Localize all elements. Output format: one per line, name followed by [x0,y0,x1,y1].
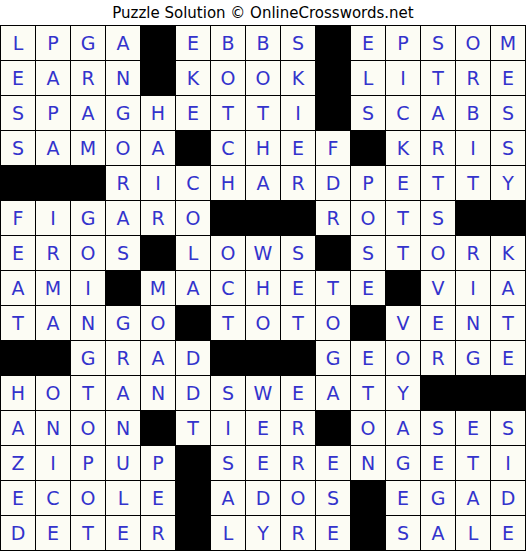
letter-cell-r6c11: O [351,201,385,235]
block-cell-r13c6 [176,446,210,480]
letter-cell-r13c12: G [386,446,420,480]
letter-cell-r3c5: H [141,96,175,130]
letter-cell-r12c7: I [211,411,245,445]
letter-cell-r9c3: N [71,306,105,340]
letter-cell-r14c10: S [316,481,350,515]
letter-cell-r1c8: B [246,26,280,60]
letter-cell-r14c15: D [491,481,525,515]
letter-cell-r8c14: I [456,271,490,305]
letter-cell-r3c1: S [1,96,35,130]
letter-cell-r15c13: A [421,516,455,550]
letter-cell-r12c1: A [1,411,35,445]
letter-cell-r1c15: M [491,26,525,60]
block-cell-r11c13 [421,376,455,410]
block-cell-r4c11 [351,131,385,165]
letter-cell-r6c5: R [141,201,175,235]
letter-cell-r2c12: I [386,61,420,95]
letter-cell-r8c10: T [316,271,350,305]
letter-cell-r9c5: O [141,306,175,340]
letter-cell-r7c3: O [71,236,105,270]
letter-cell-r14c5: E [141,481,175,515]
page-title: Puzzle Solution © OnlineCrosswords.net [0,0,526,25]
letter-cell-r4c13: R [421,131,455,165]
letter-cell-r12c3: O [71,411,105,445]
letter-cell-r14c8: D [246,481,280,515]
letter-cell-r7c2: R [36,236,70,270]
block-cell-r6c8 [246,201,280,235]
letter-cell-r12c2: N [36,411,70,445]
letter-cell-r3c13: A [421,96,455,130]
letter-cell-r1c1: L [1,26,35,60]
letter-cell-r12c15: S [491,411,525,445]
letter-cell-r9c4: G [106,306,140,340]
letter-cell-r6c12: T [386,201,420,235]
letter-cell-r9c10: O [316,306,350,340]
letter-cell-r14c9: O [281,481,315,515]
letter-cell-r13c1: Z [1,446,35,480]
letter-cell-r13c13: E [421,446,455,480]
letter-cell-r11c9: E [281,376,315,410]
letter-cell-r8c8: H [246,271,280,305]
letter-cell-r14c1: E [1,481,35,515]
letter-cell-r7c14: R [456,236,490,270]
letter-cell-r4c10: F [316,131,350,165]
letter-cell-r1c6: E [176,26,210,60]
letter-cell-r8c6: A [176,271,210,305]
letter-cell-r5c10: D [316,166,350,200]
letter-cell-r2c13: T [421,61,455,95]
letter-cell-r8c3: I [71,271,105,305]
letter-cell-r15c7: L [211,516,245,550]
letter-cell-r6c2: I [36,201,70,235]
letter-cell-r13c2: I [36,446,70,480]
letter-cell-r6c13: S [421,201,455,235]
letter-cell-r14c14: A [456,481,490,515]
letter-cell-r12c4: N [106,411,140,445]
block-cell-r3c10 [316,96,350,130]
letter-cell-r11c7: S [211,376,245,410]
letter-cell-r4c3: M [71,131,105,165]
letter-cell-r15c2: E [36,516,70,550]
letter-cell-r4c7: C [211,131,245,165]
block-cell-r7c10 [316,236,350,270]
letter-cell-r10c6: D [176,341,210,375]
letter-cell-r12c9: R [281,411,315,445]
letter-cell-r5c11: P [351,166,385,200]
letter-cell-r10c4: R [106,341,140,375]
block-cell-r8c12 [386,271,420,305]
letter-cell-r11c5: N [141,376,175,410]
letter-cell-r2c9: K [281,61,315,95]
letter-cell-r10c13: R [421,341,455,375]
letter-cell-r14c4: L [106,481,140,515]
letter-cell-r1c2: P [36,26,70,60]
letter-cell-r11c11: T [351,376,385,410]
block-cell-r12c10 [316,411,350,445]
letter-cell-r1c4: A [106,26,140,60]
letter-cell-r8c11: E [351,271,385,305]
letter-cell-r14c2: C [36,481,70,515]
letter-cell-r7c13: O [421,236,455,270]
letter-cell-r10c14: G [456,341,490,375]
letter-cell-r13c7: S [211,446,245,480]
letter-cell-r12c12: A [386,411,420,445]
letter-cell-r6c4: A [106,201,140,235]
block-cell-r5c3 [71,166,105,200]
letter-cell-r6c1: F [1,201,35,235]
letter-cell-r7c9: S [281,236,315,270]
letter-cell-r13c3: P [71,446,105,480]
block-cell-r14c6 [176,481,210,515]
letter-cell-r12c6: T [176,411,210,445]
letter-cell-r13c15: I [491,446,525,480]
letter-cell-r11c2: O [36,376,70,410]
letter-cell-r5c15: Y [491,166,525,200]
block-cell-r9c6 [176,306,210,340]
letter-cell-r10c12: O [386,341,420,375]
letter-cell-r4c9: E [281,131,315,165]
letter-cell-r13c4: U [106,446,140,480]
letter-cell-r9c9: T [281,306,315,340]
letter-cell-r8c15: A [491,271,525,305]
block-cell-r10c1 [1,341,35,375]
letter-cell-r11c1: H [1,376,35,410]
letter-cell-r2c11: L [351,61,385,95]
block-cell-r7c5 [141,236,175,270]
letter-cell-r1c14: O [456,26,490,60]
letter-cell-r5c7: H [211,166,245,200]
letter-cell-r9c14: N [456,306,490,340]
letter-cell-r3c9: I [281,96,315,130]
block-cell-r11c15 [491,376,525,410]
letter-cell-r10c15: E [491,341,525,375]
letter-cell-r14c13: G [421,481,455,515]
block-cell-r1c10 [316,26,350,60]
letter-cell-r2c3: R [71,61,105,95]
letter-cell-r1c3: G [71,26,105,60]
letter-cell-r3c4: G [106,96,140,130]
letter-cell-r2c7: O [211,61,245,95]
letter-cell-r4c4: O [106,131,140,165]
letter-cell-r8c5: M [141,271,175,305]
letter-cell-r13c9: R [281,446,315,480]
letter-cell-r12c8: E [246,411,280,445]
letter-cell-r3c3: A [71,96,105,130]
block-cell-r1c5 [141,26,175,60]
letter-cell-r5c13: T [421,166,455,200]
letter-cell-r15c14: L [456,516,490,550]
letter-cell-r11c8: W [246,376,280,410]
block-cell-r6c9 [281,201,315,235]
letter-cell-r10c11: E [351,341,385,375]
letter-cell-r5c12: E [386,166,420,200]
letter-cell-r2c14: R [456,61,490,95]
block-cell-r2c10 [316,61,350,95]
block-cell-r12c5 [141,411,175,445]
block-cell-r10c7 [211,341,245,375]
block-cell-r2c5 [141,61,175,95]
letter-cell-r5c5: I [141,166,175,200]
letter-cell-r7c6: L [176,236,210,270]
letter-cell-r5c9: R [281,166,315,200]
letter-cell-r2c8: O [246,61,280,95]
block-cell-r9c11 [351,306,385,340]
letter-cell-r4c5: A [141,131,175,165]
letter-cell-r15c1: D [1,516,35,550]
letter-cell-r4c15: S [491,131,525,165]
letter-cell-r10c5: A [141,341,175,375]
letter-cell-r7c1: E [1,236,35,270]
letter-cell-r13c5: P [141,446,175,480]
letter-cell-r15c9: R [281,516,315,550]
letter-cell-r6c3: G [71,201,105,235]
letter-cell-r9c12: V [386,306,420,340]
letter-cell-r1c7: B [211,26,245,60]
block-cell-r10c9 [281,341,315,375]
crossword-grid: LPGAEBBSEPSOMEARNKOOKLITRESPAGHETTISCABS… [0,25,526,551]
letter-cell-r11c4: A [106,376,140,410]
letter-cell-r15c10: E [316,516,350,550]
puzzle-solution-page: Puzzle Solution © OnlineCrosswords.net L… [0,0,526,551]
letter-cell-r3c11: S [351,96,385,130]
block-cell-r14c11 [351,481,385,515]
letter-cell-r7c7: O [211,236,245,270]
letter-cell-r3c14: B [456,96,490,130]
block-cell-r15c6 [176,516,210,550]
letter-cell-r2c2: A [36,61,70,95]
letter-cell-r7c15: K [491,236,525,270]
block-cell-r6c7 [211,201,245,235]
block-cell-r10c8 [246,341,280,375]
letter-cell-r13c8: E [246,446,280,480]
block-cell-r11c14 [456,376,490,410]
letter-cell-r5c8: A [246,166,280,200]
letter-cell-r15c15: E [491,516,525,550]
letter-cell-r1c9: S [281,26,315,60]
block-cell-r4c6 [176,131,210,165]
letter-cell-r11c12: Y [386,376,420,410]
letter-cell-r9c13: E [421,306,455,340]
letter-cell-r12c14: E [456,411,490,445]
letter-cell-r15c8: Y [246,516,280,550]
letter-cell-r2c15: E [491,61,525,95]
letter-cell-r2c1: E [1,61,35,95]
letter-cell-r5c6: C [176,166,210,200]
letter-cell-r9c2: A [36,306,70,340]
letter-cell-r3c12: C [386,96,420,130]
letter-cell-r15c12: S [386,516,420,550]
letter-cell-r11c3: T [71,376,105,410]
letter-cell-r6c6: O [176,201,210,235]
letter-cell-r1c13: S [421,26,455,60]
letter-cell-r15c5: R [141,516,175,550]
letter-cell-r6c10: R [316,201,350,235]
letter-cell-r8c7: C [211,271,245,305]
block-cell-r15c11 [351,516,385,550]
letter-cell-r14c7: A [211,481,245,515]
letter-cell-r3c7: T [211,96,245,130]
letter-cell-r15c3: T [71,516,105,550]
block-cell-r10c2 [36,341,70,375]
letter-cell-r9c8: O [246,306,280,340]
block-cell-r6c14 [456,201,490,235]
letter-cell-r9c15: T [491,306,525,340]
letter-cell-r2c6: K [176,61,210,95]
letter-cell-r1c12: P [386,26,420,60]
letter-cell-r8c2: M [36,271,70,305]
letter-cell-r9c1: T [1,306,35,340]
letter-cell-r10c10: G [316,341,350,375]
letter-cell-r10c3: G [71,341,105,375]
letter-cell-r4c8: H [246,131,280,165]
letter-cell-r8c13: V [421,271,455,305]
letter-cell-r13c11: N [351,446,385,480]
letter-cell-r9c7: T [211,306,245,340]
letter-cell-r5c4: R [106,166,140,200]
letter-cell-r8c9: E [281,271,315,305]
letter-cell-r8c1: A [1,271,35,305]
letter-cell-r1c11: E [351,26,385,60]
letter-cell-r15c4: E [106,516,140,550]
block-cell-r8c4 [106,271,140,305]
letter-cell-r5c14: T [456,166,490,200]
letter-cell-r4c2: A [36,131,70,165]
block-cell-r5c1 [1,166,35,200]
letter-cell-r12c11: O [351,411,385,445]
letter-cell-r14c12: E [386,481,420,515]
letter-cell-r3c2: P [36,96,70,130]
letter-cell-r14c3: O [71,481,105,515]
letter-cell-r4c12: K [386,131,420,165]
block-cell-r5c2 [36,166,70,200]
letter-cell-r11c6: D [176,376,210,410]
letter-cell-r3c6: E [176,96,210,130]
letter-cell-r7c4: S [106,236,140,270]
letter-cell-r2c4: N [106,61,140,95]
letter-cell-r11c10: A [316,376,350,410]
block-cell-r6c15 [491,201,525,235]
letter-cell-r13c14: T [456,446,490,480]
letter-cell-r7c12: T [386,236,420,270]
letter-cell-r13c10: E [316,446,350,480]
letter-cell-r7c8: W [246,236,280,270]
letter-cell-r12c13: S [421,411,455,445]
letter-cell-r3c8: T [246,96,280,130]
letter-cell-r4c14: I [456,131,490,165]
letter-cell-r7c11: S [351,236,385,270]
letter-cell-r3c15: S [491,96,525,130]
letter-cell-r4c1: S [1,131,35,165]
